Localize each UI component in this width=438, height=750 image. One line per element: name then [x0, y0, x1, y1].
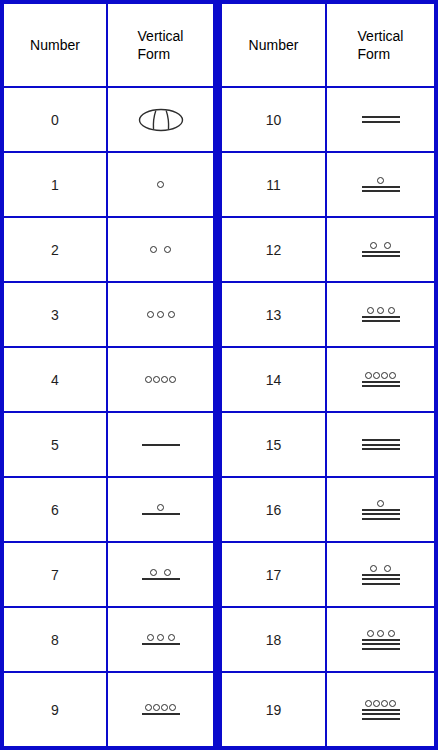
glyph-cell [108, 673, 213, 746]
maya-dot [157, 311, 164, 318]
number-cell: 0 [4, 88, 106, 151]
glyph-cell [108, 478, 213, 541]
maya-bar [142, 643, 180, 645]
glyph-cell [108, 88, 213, 151]
bars-stack [142, 513, 180, 515]
center-divider [215, 543, 220, 606]
glyph-cell [327, 283, 434, 346]
center-divider [215, 88, 220, 151]
dots-row [370, 242, 391, 249]
dots-row [147, 634, 175, 641]
maya-numeral-glyph [142, 444, 180, 446]
maya-numeral-glyph [362, 565, 400, 585]
maya-dot [150, 246, 157, 253]
center-divider [215, 218, 220, 281]
number-cell: 12 [222, 218, 325, 281]
maya-bar [362, 444, 400, 446]
bars-stack [362, 251, 400, 258]
maya-numeral-glyph [142, 504, 180, 515]
maya-dot [367, 307, 374, 314]
number-cell: 13 [222, 283, 325, 346]
glyph-cell [327, 88, 434, 151]
dots-row [367, 630, 395, 637]
maya-numeral-glyph [362, 372, 400, 388]
maya-bar [362, 190, 400, 192]
bars-stack [362, 186, 400, 193]
bars-stack [362, 509, 400, 520]
dots-row [147, 311, 175, 318]
shell-zero-icon [138, 108, 184, 132]
bars-stack [362, 439, 400, 450]
maya-bar [362, 718, 400, 720]
maya-bar [362, 713, 400, 715]
maya-numeral-glyph [362, 177, 400, 193]
maya-bar [362, 116, 400, 118]
maya-dot [389, 700, 396, 707]
maya-bar [362, 381, 400, 383]
maya-dot [168, 634, 175, 641]
dots-row [365, 372, 396, 379]
number-cell: 4 [4, 348, 106, 411]
center-divider [215, 348, 220, 411]
bars-stack [362, 316, 400, 323]
glyph-cell [327, 673, 434, 746]
maya-bar [362, 121, 400, 123]
maya-numeral-glyph [362, 242, 400, 258]
dots-row [157, 181, 164, 188]
bars-stack [362, 639, 400, 650]
maya-bar [142, 713, 180, 715]
number-cell: 3 [4, 283, 106, 346]
number-cell: 19 [222, 673, 325, 746]
maya-bar [142, 578, 180, 580]
maya-dot [388, 307, 395, 314]
maya-dot [157, 634, 164, 641]
maya-bar [362, 251, 400, 253]
maya-numeral-glyph [142, 569, 180, 580]
number-cell: 18 [222, 608, 325, 671]
dots-row [150, 569, 171, 576]
bars-stack [142, 444, 180, 446]
number-cell: 9 [4, 673, 106, 746]
glyph-cell [327, 218, 434, 281]
number-cell: 1 [4, 153, 106, 216]
maya-bar [362, 186, 400, 188]
number-cell: 15 [222, 413, 325, 476]
maya-numeral-glyph [362, 439, 400, 450]
glyph-cell [327, 608, 434, 671]
maya-bar [362, 448, 400, 450]
maya-dot [384, 565, 391, 572]
maya-numeral-glyph [362, 630, 400, 650]
maya-dot [153, 704, 160, 711]
maya-numerals-table: Number Vertical Form Number Vertical For… [0, 0, 438, 750]
maya-dot [373, 372, 380, 379]
dots-row [370, 565, 391, 572]
maya-numeral-glyph [138, 108, 184, 132]
maya-dot [377, 500, 384, 507]
glyph-cell [327, 348, 434, 411]
maya-dot [147, 311, 154, 318]
number-cell: 17 [222, 543, 325, 606]
maya-dot [389, 372, 396, 379]
glyph-cell [108, 283, 213, 346]
number-cell: 5 [4, 413, 106, 476]
maya-dot [381, 700, 388, 707]
maya-bar [362, 320, 400, 322]
number-cell: 11 [222, 153, 325, 216]
dots-row [377, 500, 384, 507]
maya-numeral-glyph [150, 246, 171, 253]
maya-bar [142, 513, 180, 515]
maya-dot [161, 376, 168, 383]
glyph-cell [108, 413, 213, 476]
header-number-left: Number [4, 4, 106, 86]
maya-numeral-glyph [145, 376, 176, 383]
number-cell: 16 [222, 478, 325, 541]
maya-bar [362, 255, 400, 257]
bars-stack [142, 713, 180, 715]
number-cell: 10 [222, 88, 325, 151]
maya-bar [362, 583, 400, 585]
number-cell: 8 [4, 608, 106, 671]
center-divider [215, 608, 220, 671]
center-divider [215, 153, 220, 216]
maya-dot [377, 177, 384, 184]
maya-dot [164, 569, 171, 576]
dots-row [145, 704, 176, 711]
maya-dot [373, 700, 380, 707]
center-divider [215, 4, 220, 86]
maya-dot [150, 569, 157, 576]
number-cell: 6 [4, 478, 106, 541]
maya-numeral-glyph [362, 116, 400, 123]
number-cell: 2 [4, 218, 106, 281]
number-cell: 14 [222, 348, 325, 411]
maya-bar [362, 316, 400, 318]
center-divider [215, 673, 220, 746]
glyph-cell [108, 348, 213, 411]
maya-bar [362, 648, 400, 650]
maya-bar [362, 513, 400, 515]
maya-dot [147, 634, 154, 641]
bars-stack [362, 381, 400, 388]
maya-bar [362, 518, 400, 520]
maya-dot [157, 504, 164, 511]
maya-dot [365, 700, 372, 707]
center-divider [215, 283, 220, 346]
dots-row [145, 376, 176, 383]
maya-numeral-glyph [362, 307, 400, 323]
maya-numeral-glyph [147, 311, 175, 318]
number-cell: 7 [4, 543, 106, 606]
maya-bar [362, 643, 400, 645]
center-divider [215, 413, 220, 476]
glyph-cell [108, 608, 213, 671]
dots-row [367, 307, 395, 314]
maya-dot [384, 242, 391, 249]
maya-numeral-glyph [362, 700, 400, 720]
dots-row [377, 177, 384, 184]
maya-dot [169, 704, 176, 711]
maya-dot [367, 630, 374, 637]
header-vertical-form-right: Vertical Form [327, 4, 434, 86]
maya-dot [153, 376, 160, 383]
maya-dot [164, 246, 171, 253]
glyph-cell [327, 478, 434, 541]
maya-bar [362, 709, 400, 711]
glyph-cell [108, 543, 213, 606]
header-vertical-form-left: Vertical Form [108, 4, 213, 86]
maya-dot [377, 630, 384, 637]
maya-numeral-glyph [142, 704, 180, 715]
maya-dot [370, 565, 377, 572]
maya-numeral-glyph [157, 181, 164, 188]
maya-numeral-glyph [362, 500, 400, 520]
maya-bar [362, 578, 400, 580]
maya-dot [365, 372, 372, 379]
maya-numeral-glyph [142, 634, 180, 645]
maya-dot [161, 704, 168, 711]
maya-dot [157, 181, 164, 188]
glyph-cell [327, 413, 434, 476]
bars-stack [142, 578, 180, 580]
header-number-right: Number [222, 4, 325, 86]
maya-dot [377, 307, 384, 314]
bars-stack [362, 574, 400, 585]
maya-dot [169, 376, 176, 383]
maya-dot [145, 704, 152, 711]
maya-bar [142, 444, 180, 446]
center-divider [215, 478, 220, 541]
dots-row [157, 504, 164, 511]
maya-bar [362, 509, 400, 511]
maya-dot [370, 242, 377, 249]
maya-dot [388, 630, 395, 637]
dots-row [150, 246, 171, 253]
maya-dot [381, 372, 388, 379]
bars-stack [142, 643, 180, 645]
glyph-cell [108, 153, 213, 216]
dots-row [365, 700, 396, 707]
glyph-cell [108, 218, 213, 281]
bars-stack [362, 709, 400, 720]
maya-bar [362, 639, 400, 641]
maya-bar [362, 385, 400, 387]
maya-bar [362, 574, 400, 576]
maya-dot [168, 311, 175, 318]
maya-dot [145, 376, 152, 383]
glyph-cell [327, 153, 434, 216]
glyph-cell [327, 543, 434, 606]
bars-stack [362, 116, 400, 123]
maya-bar [362, 439, 400, 441]
